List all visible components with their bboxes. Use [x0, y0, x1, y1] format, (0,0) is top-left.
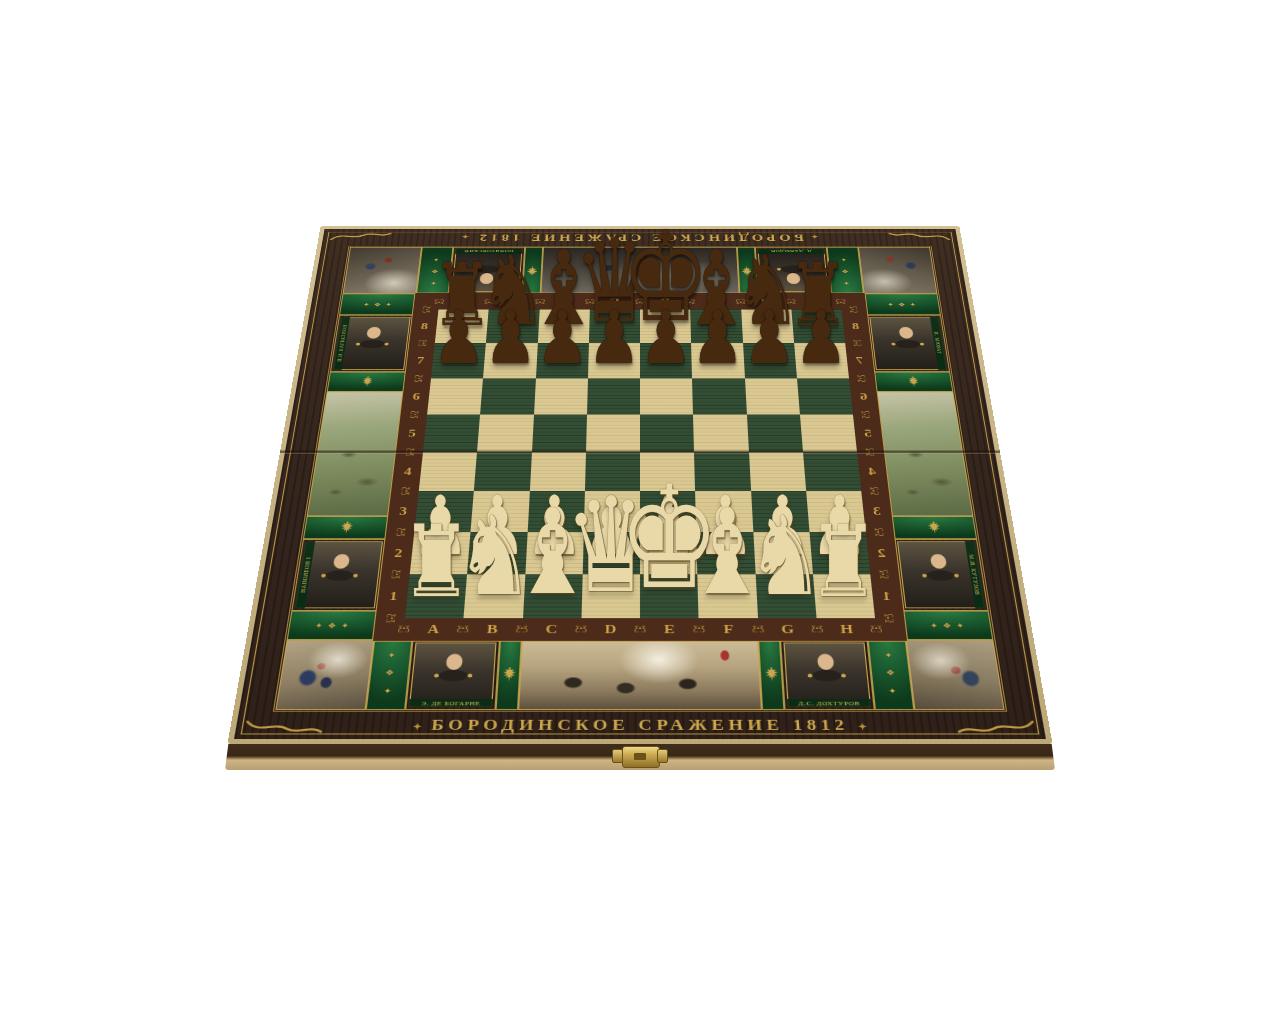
piece-white-rook-h1[interactable]: ♜ — [784, 512, 903, 611]
pieces-layer: ♜♞♝♛♚♝♞♜♟♟♟♟♟♟♟♟♟♟♟♟♟♟♟♟♜♞♝♛♚♝♞♜ — [0, 0, 1280, 1024]
scene: ✦БОРОДИНСКОЕ СРАЖЕНИЕ 1812✦ ✦БОРОДИНСКОЕ… — [0, 0, 1280, 1024]
piece-black-pawn-h7[interactable]: ♟ — [777, 300, 866, 374]
